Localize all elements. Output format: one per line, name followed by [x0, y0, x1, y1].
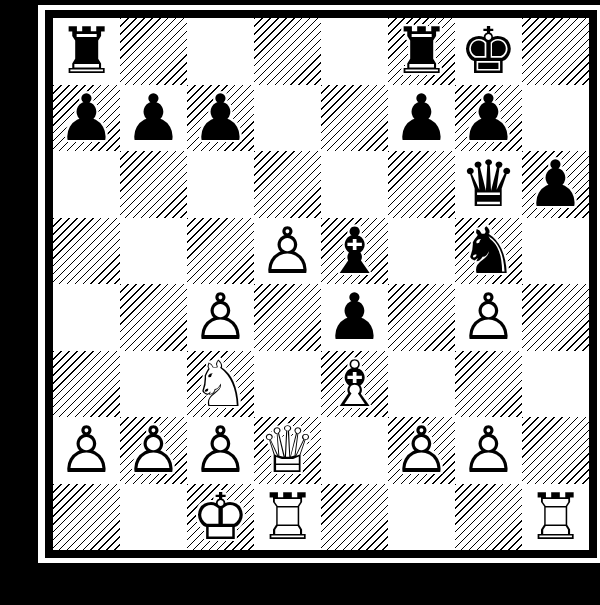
piece-glyph: ♙	[192, 418, 249, 482]
square-b6[interactable]	[120, 151, 187, 218]
piece-glyph: ♟	[58, 86, 115, 150]
square-b5[interactable]	[120, 218, 187, 285]
piece-glyph: ♕	[259, 418, 316, 482]
white-pawn-d5[interactable]: ♟♙	[254, 218, 321, 285]
square-f6[interactable]	[388, 151, 455, 218]
square-f7[interactable]: ♟♟	[388, 85, 455, 152]
black-pawn-h6[interactable]: ♟♟	[522, 151, 589, 218]
piece-glyph: ♜	[58, 19, 115, 83]
square-h5[interactable]	[522, 218, 589, 285]
white-pawn-b2[interactable]: ♟♙	[120, 417, 187, 484]
square-h3[interactable]	[522, 351, 589, 418]
square-a2[interactable]: ♟♙	[53, 417, 120, 484]
white-rook-h1[interactable]: ♜♖	[522, 484, 589, 551]
piece-glyph: ♟	[125, 86, 182, 150]
square-g8[interactable]: ♚♚	[455, 18, 522, 85]
square-c4[interactable]: ♟♙	[187, 284, 254, 351]
black-queen-g6[interactable]: ♛♛	[455, 151, 522, 218]
black-rook-f8[interactable]: ♜♜	[388, 18, 455, 85]
square-d1[interactable]: ♜♖	[254, 484, 321, 551]
white-pawn-g4[interactable]: ♟♙	[455, 284, 522, 351]
black-pawn-g7[interactable]: ♟♟	[455, 85, 522, 152]
white-king-c1[interactable]: ♚♔	[187, 484, 254, 551]
piece-glyph: ♙	[393, 418, 450, 482]
square-c2[interactable]: ♟♙	[187, 417, 254, 484]
square-f3[interactable]	[388, 351, 455, 418]
square-b7[interactable]: ♟♟	[120, 85, 187, 152]
square-e7[interactable]	[321, 85, 388, 152]
square-h1[interactable]: ♜♖	[522, 484, 589, 551]
square-a6[interactable]	[53, 151, 120, 218]
square-b4[interactable]	[120, 284, 187, 351]
square-c8[interactable]	[187, 18, 254, 85]
square-e5[interactable]: ♝♝	[321, 218, 388, 285]
piece-glyph: ♞	[460, 219, 517, 283]
chess-board: ♜♜♜♜♚♚♟♟♟♟♟♟♟♟♟♟♛♛♟♟♟♙♝♝♞♞♟♙♟♟♟♙♞♘♝♗♟♙♟♙…	[53, 18, 589, 550]
square-d8[interactable]	[254, 18, 321, 85]
piece-glyph: ♙	[460, 418, 517, 482]
square-c6[interactable]	[187, 151, 254, 218]
square-g5[interactable]: ♞♞	[455, 218, 522, 285]
black-pawn-c7[interactable]: ♟♟	[187, 85, 254, 152]
black-pawn-e4[interactable]: ♟♟	[321, 284, 388, 351]
piece-glyph: ♙	[125, 418, 182, 482]
black-pawn-a7[interactable]: ♟♟	[53, 85, 120, 152]
square-g6[interactable]: ♛♛	[455, 151, 522, 218]
black-pawn-f7[interactable]: ♟♟	[388, 85, 455, 152]
square-g1[interactable]	[455, 484, 522, 551]
square-g2[interactable]: ♟♙	[455, 417, 522, 484]
square-h4[interactable]	[522, 284, 589, 351]
square-e1[interactable]	[321, 484, 388, 551]
piece-glyph: ♛	[460, 152, 517, 216]
square-f1[interactable]	[388, 484, 455, 551]
piece-glyph: ♖	[259, 485, 316, 549]
piece-glyph: ♔	[192, 485, 249, 549]
piece-glyph: ♟	[460, 86, 517, 150]
square-d6[interactable]	[254, 151, 321, 218]
square-f8[interactable]: ♜♜	[388, 18, 455, 85]
piece-glyph: ♝	[326, 219, 383, 283]
chess-diagram: ♜♜♜♜♚♚♟♟♟♟♟♟♟♟♟♟♛♛♟♟♟♙♝♝♞♞♟♙♟♟♟♙♞♘♝♗♟♙♟♙…	[0, 0, 600, 605]
square-a1[interactable]	[53, 484, 120, 551]
square-d2[interactable]: ♛♕	[254, 417, 321, 484]
board-margin: ♜♜♜♜♚♚♟♟♟♟♟♟♟♟♟♟♛♛♟♟♟♙♝♝♞♞♟♙♟♟♟♙♞♘♝♗♟♙♟♙…	[38, 5, 600, 563]
square-h6[interactable]: ♟♟	[522, 151, 589, 218]
square-d5[interactable]: ♟♙	[254, 218, 321, 285]
white-queen-d2[interactable]: ♛♕	[254, 417, 321, 484]
square-g7[interactable]: ♟♟	[455, 85, 522, 152]
square-a3[interactable]	[53, 351, 120, 418]
piece-glyph: ♚	[460, 19, 517, 83]
square-c7[interactable]: ♟♟	[187, 85, 254, 152]
square-f2[interactable]: ♟♙	[388, 417, 455, 484]
square-b2[interactable]: ♟♙	[120, 417, 187, 484]
piece-glyph: ♙	[259, 219, 316, 283]
piece-glyph: ♖	[527, 485, 584, 549]
square-a4[interactable]	[53, 284, 120, 351]
square-c5[interactable]	[187, 218, 254, 285]
black-knight-g5[interactable]: ♞♞	[455, 218, 522, 285]
white-pawn-c2[interactable]: ♟♙	[187, 417, 254, 484]
square-g4[interactable]: ♟♙	[455, 284, 522, 351]
square-e6[interactable]	[321, 151, 388, 218]
square-e4[interactable]: ♟♟	[321, 284, 388, 351]
black-bishop-e5[interactable]: ♝♝	[321, 218, 388, 285]
white-pawn-g2[interactable]: ♟♙	[455, 417, 522, 484]
square-d4[interactable]	[254, 284, 321, 351]
piece-glyph: ♘	[192, 352, 249, 416]
piece-glyph: ♙	[192, 285, 249, 349]
white-bishop-e3[interactable]: ♝♗	[321, 351, 388, 418]
square-b8[interactable]	[120, 18, 187, 85]
square-f4[interactable]	[388, 284, 455, 351]
square-a5[interactable]	[53, 218, 120, 285]
square-h2[interactable]	[522, 417, 589, 484]
piece-glyph: ♙	[58, 418, 115, 482]
square-a7[interactable]: ♟♟	[53, 85, 120, 152]
square-b3[interactable]	[120, 351, 187, 418]
piece-glyph: ♟	[326, 285, 383, 349]
piece-glyph: ♟	[393, 86, 450, 150]
black-king-g8[interactable]: ♚♚	[455, 18, 522, 85]
piece-glyph: ♟	[192, 86, 249, 150]
piece-glyph: ♙	[460, 285, 517, 349]
square-d3[interactable]	[254, 351, 321, 418]
square-b1[interactable]	[120, 484, 187, 551]
square-e8[interactable]	[321, 18, 388, 85]
piece-glyph: ♟	[527, 152, 584, 216]
square-h8[interactable]	[522, 18, 589, 85]
white-knight-c3[interactable]: ♞♘	[187, 351, 254, 418]
square-c3[interactable]: ♞♘	[187, 351, 254, 418]
black-pawn-b7[interactable]: ♟♟	[120, 85, 187, 152]
square-c1[interactable]: ♚♔	[187, 484, 254, 551]
black-rook-a8[interactable]: ♜♜	[53, 18, 120, 85]
square-e3[interactable]: ♝♗	[321, 351, 388, 418]
piece-glyph: ♜	[393, 19, 450, 83]
square-e2[interactable]	[321, 417, 388, 484]
square-d7[interactable]	[254, 85, 321, 152]
piece-glyph: ♗	[326, 352, 383, 416]
square-g3[interactable]	[455, 351, 522, 418]
square-h7[interactable]	[522, 85, 589, 152]
white-pawn-a2[interactable]: ♟♙	[53, 417, 120, 484]
square-a8[interactable]: ♜♜	[53, 18, 120, 85]
board-frame: ♜♜♜♜♚♚♟♟♟♟♟♟♟♟♟♟♛♛♟♟♟♙♝♝♞♞♟♙♟♟♟♙♞♘♝♗♟♙♟♙…	[45, 10, 597, 558]
white-pawn-c4[interactable]: ♟♙	[187, 284, 254, 351]
white-rook-d1[interactable]: ♜♖	[254, 484, 321, 551]
square-f5[interactable]	[388, 218, 455, 285]
white-pawn-f2[interactable]: ♟♙	[388, 417, 455, 484]
